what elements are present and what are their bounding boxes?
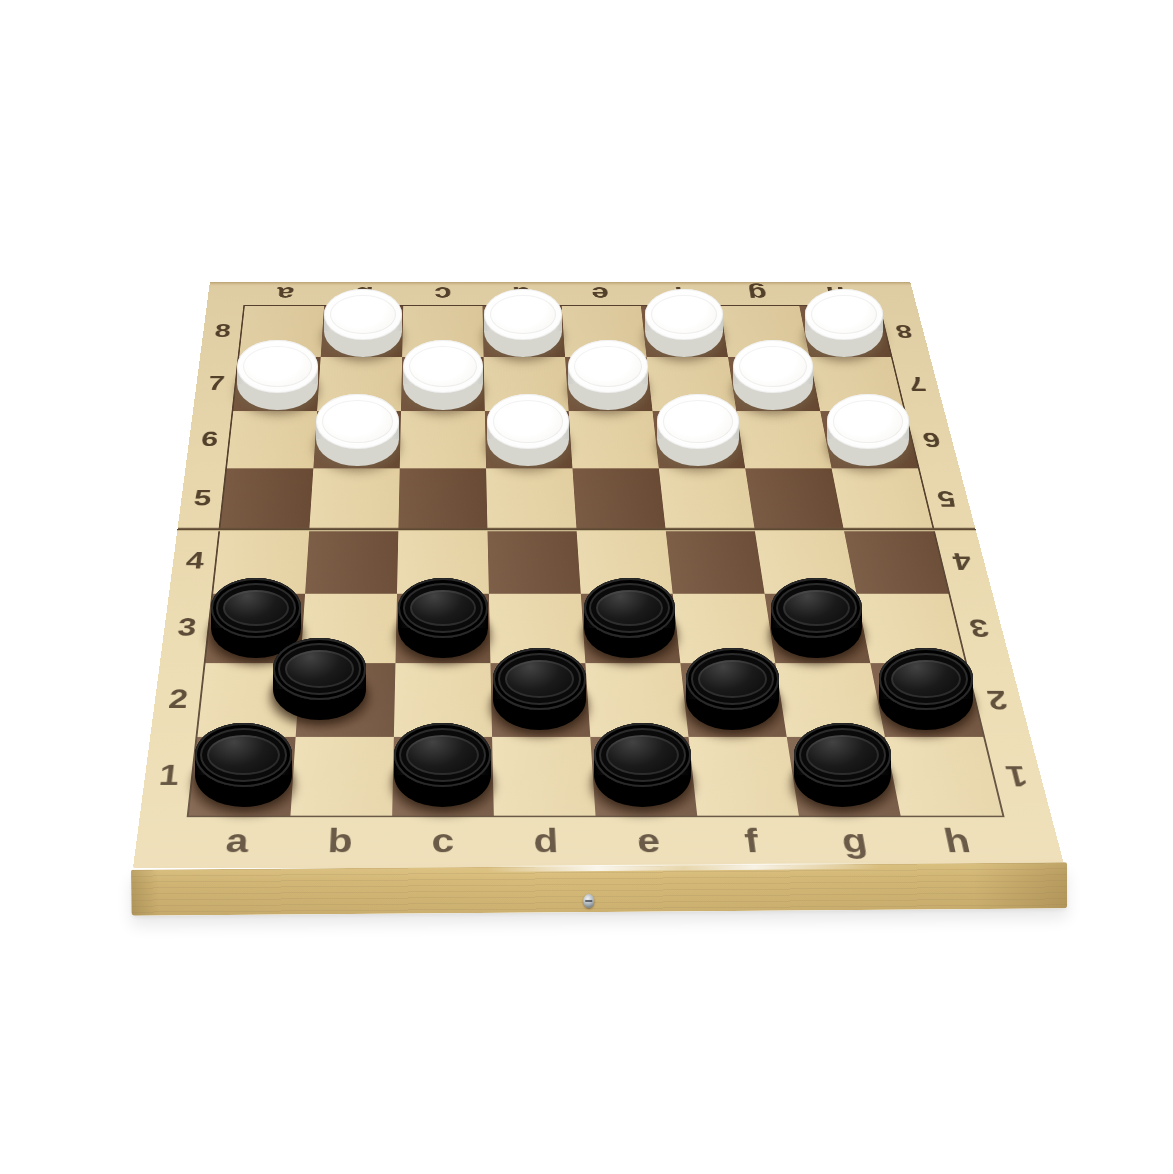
piece-white-d6[interactable]: [487, 394, 570, 466]
checkers-product-photo: abcdefgh abcdefgh 87654321 87654321: [0, 0, 1173, 1174]
piece-top-face: [827, 394, 910, 449]
piece-white-b8[interactable]: [324, 289, 402, 357]
piece-white-d8[interactable]: [484, 289, 562, 357]
pieces-layer: [0, 0, 1173, 1174]
piece-black-h2[interactable]: [879, 648, 973, 730]
piece-top-face: [805, 289, 883, 341]
piece-black-c1[interactable]: [394, 723, 491, 808]
piece-black-g3[interactable]: [771, 578, 862, 657]
piece-black-b2[interactable]: [273, 638, 367, 720]
piece-top-face: [686, 648, 780, 710]
piece-top-face: [794, 723, 891, 787]
piece-black-a1[interactable]: [195, 723, 292, 808]
piece-white-f6[interactable]: [657, 394, 740, 466]
piece-top-face: [584, 578, 675, 638]
piece-top-face: [493, 648, 587, 710]
piece-black-g1[interactable]: [794, 723, 891, 808]
piece-top-face: [398, 578, 489, 638]
piece-top-face: [316, 394, 399, 449]
piece-black-d2[interactable]: [493, 648, 587, 730]
piece-black-f2[interactable]: [686, 648, 780, 730]
piece-white-g7[interactable]: [733, 340, 813, 410]
piece-top-face: [211, 578, 302, 638]
piece-white-f8[interactable]: [645, 289, 723, 357]
piece-top-face: [394, 723, 491, 787]
piece-top-face: [484, 289, 562, 341]
piece-top-face: [324, 289, 402, 341]
piece-black-c3[interactable]: [398, 578, 489, 657]
piece-top-face: [487, 394, 570, 449]
piece-top-face: [403, 340, 483, 393]
piece-black-e3[interactable]: [584, 578, 675, 657]
piece-white-e7[interactable]: [568, 340, 648, 410]
piece-top-face: [733, 340, 813, 393]
piece-top-face: [645, 289, 723, 341]
piece-top-face: [237, 340, 317, 393]
piece-top-face: [879, 648, 973, 710]
piece-white-h6[interactable]: [827, 394, 910, 466]
piece-white-h8[interactable]: [805, 289, 883, 357]
piece-top-face: [771, 578, 862, 638]
piece-top-face: [594, 723, 691, 787]
piece-top-face: [195, 723, 292, 787]
piece-white-c7[interactable]: [403, 340, 483, 410]
piece-black-e1[interactable]: [594, 723, 691, 808]
piece-top-face: [568, 340, 648, 393]
piece-top-face: [273, 638, 367, 700]
piece-white-a7[interactable]: [237, 340, 317, 410]
piece-top-face: [657, 394, 740, 449]
piece-white-b6[interactable]: [316, 394, 399, 466]
